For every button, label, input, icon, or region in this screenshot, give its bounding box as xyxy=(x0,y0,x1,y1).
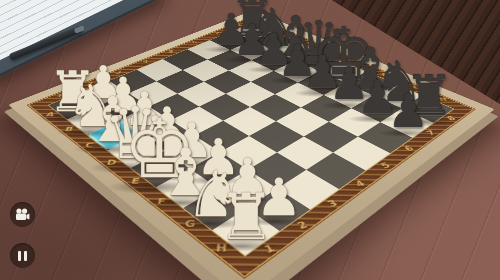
pause-icon xyxy=(18,251,27,261)
video-camera-icon xyxy=(15,208,30,221)
piece-white-rook-h1[interactable]: ♜ xyxy=(214,183,278,250)
pause-button[interactable] xyxy=(10,243,35,268)
white-rook-glyph: ♜ xyxy=(214,183,278,250)
piece-black-pawn-h7[interactable]: ♟ xyxy=(385,87,432,136)
camera-button[interactable] xyxy=(10,202,35,227)
rank-label-far-6: 6 xyxy=(189,40,200,44)
rank-label-far-5: 5 xyxy=(165,50,176,54)
black-pawn-glyph: ♟ xyxy=(385,87,432,136)
game-screen: { "game": "chess", "app": {"view": "3d-p… xyxy=(0,0,500,280)
rank-label-far-4: 4 xyxy=(139,60,151,64)
